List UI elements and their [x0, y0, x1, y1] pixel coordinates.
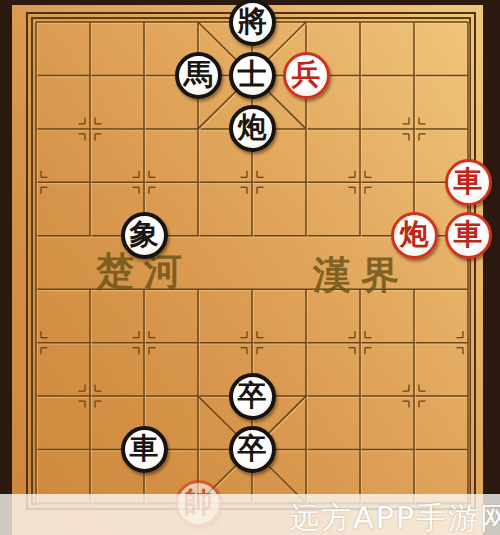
piece-label: 馬 — [184, 60, 213, 89]
piece-black-elephant[interactable]: 象 — [121, 212, 168, 259]
piece-black-soldier-2[interactable]: 卒 — [229, 426, 276, 473]
piece-label: 車 — [454, 167, 483, 196]
piece-label: 卒 — [238, 381, 267, 410]
piece-label: 兵 — [292, 60, 321, 89]
piece-label: 車 — [454, 220, 483, 249]
piece-label: 卒 — [238, 434, 267, 463]
piece-red-soldier[interactable]: 兵 — [283, 52, 330, 99]
piece-label: 炮 — [400, 220, 429, 249]
piece-label: 炮 — [238, 113, 267, 142]
piece-label: 將 — [238, 7, 267, 36]
piece-black-advisor[interactable]: 士 — [229, 52, 276, 99]
river-label-right: 漢界 — [313, 250, 409, 301]
piece-black-horse[interactable]: 馬 — [175, 52, 222, 99]
piece-red-cannon[interactable]: 炮 — [391, 212, 438, 259]
piece-label: 象 — [130, 220, 159, 249]
piece-red-chariot-1[interactable]: 車 — [445, 159, 492, 206]
piece-red-chariot-2[interactable]: 車 — [445, 212, 492, 259]
piece-black-soldier-1[interactable]: 卒 — [229, 373, 276, 420]
piece-black-chariot[interactable]: 車 — [121, 426, 168, 473]
piece-black-general[interactable]: 將 — [229, 0, 276, 46]
piece-label: 士 — [238, 60, 267, 89]
watermark-text: 远方APP手游网 — [289, 498, 500, 535]
piece-label: 車 — [130, 434, 159, 463]
piece-black-cannon[interactable]: 炮 — [229, 105, 276, 152]
